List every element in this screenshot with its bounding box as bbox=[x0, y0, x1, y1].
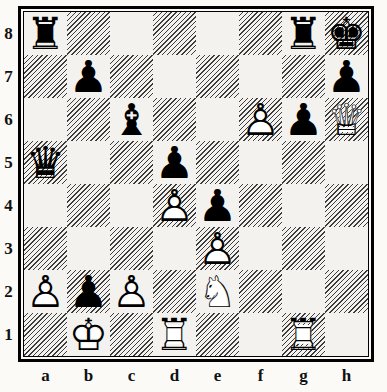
square-f4[interactable] bbox=[239, 184, 282, 227]
square-g2[interactable] bbox=[282, 270, 325, 313]
file-label-c: c bbox=[110, 362, 153, 390]
square-h3[interactable] bbox=[325, 227, 368, 270]
rank-label-5: 5 bbox=[0, 141, 17, 184]
square-d8[interactable] bbox=[153, 12, 196, 55]
square-c8[interactable] bbox=[110, 12, 153, 55]
square-d5[interactable]: ♟ bbox=[153, 141, 196, 184]
square-e5[interactable] bbox=[196, 141, 239, 184]
square-b6[interactable] bbox=[67, 98, 110, 141]
white-pawn-icon: ♟♙ bbox=[239, 98, 282, 141]
square-e7[interactable] bbox=[196, 55, 239, 98]
square-h4[interactable] bbox=[325, 184, 368, 227]
square-a7[interactable] bbox=[24, 55, 67, 98]
black-pawn-icon: ♟ bbox=[67, 55, 110, 98]
file-label-b: b bbox=[67, 362, 110, 390]
square-c2[interactable]: ♟♙ bbox=[110, 270, 153, 313]
square-a8[interactable]: ♜ bbox=[24, 12, 67, 55]
square-c6[interactable]: ♝ bbox=[110, 98, 153, 141]
file-label-g: g bbox=[282, 362, 325, 390]
white-pawn-icon: ♟♙ bbox=[110, 270, 153, 313]
square-e8[interactable] bbox=[196, 12, 239, 55]
square-f5[interactable] bbox=[239, 141, 282, 184]
rank-label-3: 3 bbox=[0, 227, 17, 270]
rank-label-7: 7 bbox=[0, 55, 17, 98]
square-c1[interactable] bbox=[110, 313, 153, 356]
square-d7[interactable] bbox=[153, 55, 196, 98]
file-label-e: e bbox=[196, 362, 239, 390]
square-c4[interactable] bbox=[110, 184, 153, 227]
square-d6[interactable] bbox=[153, 98, 196, 141]
rank-label-2: 2 bbox=[0, 270, 17, 313]
black-pawn-icon: ♟ bbox=[282, 98, 325, 141]
square-f1[interactable] bbox=[239, 313, 282, 356]
file-label-h: h bbox=[325, 362, 368, 390]
black-pawn-icon: ♟ bbox=[67, 270, 110, 313]
square-e4[interactable]: ♟ bbox=[196, 184, 239, 227]
square-e1[interactable] bbox=[196, 313, 239, 356]
square-g6[interactable]: ♟ bbox=[282, 98, 325, 141]
file-label-a: a bbox=[24, 362, 67, 390]
square-b7[interactable]: ♟ bbox=[67, 55, 110, 98]
square-g4[interactable] bbox=[282, 184, 325, 227]
square-e2[interactable]: ♞♘ bbox=[196, 270, 239, 313]
white-queen-icon: ♛♕ bbox=[325, 98, 368, 141]
square-e3[interactable]: ♟♙ bbox=[196, 227, 239, 270]
rank-label-8: 8 bbox=[0, 12, 17, 55]
square-b5[interactable] bbox=[67, 141, 110, 184]
white-pawn-icon: ♟♙ bbox=[153, 184, 196, 227]
square-b3[interactable] bbox=[67, 227, 110, 270]
square-g8[interactable]: ♜ bbox=[282, 12, 325, 55]
rank-label-6: 6 bbox=[0, 98, 17, 141]
square-c3[interactable] bbox=[110, 227, 153, 270]
square-h6[interactable]: ♛♕ bbox=[325, 98, 368, 141]
square-g5[interactable] bbox=[282, 141, 325, 184]
square-h2[interactable] bbox=[325, 270, 368, 313]
square-h7[interactable]: ♟ bbox=[325, 55, 368, 98]
white-pawn-icon: ♟♙ bbox=[24, 270, 67, 313]
white-pawn-icon: ♟♙ bbox=[196, 227, 239, 270]
square-c5[interactable] bbox=[110, 141, 153, 184]
square-e6[interactable] bbox=[196, 98, 239, 141]
square-g1[interactable]: ♜♖ bbox=[282, 313, 325, 356]
square-a4[interactable] bbox=[24, 184, 67, 227]
board-grid: ♜♜♚♟♟♝♟♙♟♛♕♛♟♟♙♟♟♙♟♙♟♟♙♞♘♚♔♜♖♜♖ bbox=[23, 11, 369, 357]
square-h8[interactable]: ♚ bbox=[325, 12, 368, 55]
white-rook-icon: ♜♖ bbox=[153, 313, 196, 356]
file-labels: abcdefgh bbox=[24, 362, 368, 390]
rank-labels: 87654321 bbox=[0, 12, 17, 356]
square-f2[interactable] bbox=[239, 270, 282, 313]
square-b4[interactable] bbox=[67, 184, 110, 227]
square-b8[interactable] bbox=[67, 12, 110, 55]
square-d2[interactable] bbox=[153, 270, 196, 313]
chess-diagram-page: 87654321 ♜♜♚♟♟♝♟♙♟♛♕♛♟♟♙♟♟♙♟♙♟♟♙♞♘♚♔♜♖♜♖… bbox=[0, 0, 387, 392]
black-pawn-icon: ♟ bbox=[153, 141, 196, 184]
rank-label-1: 1 bbox=[0, 313, 17, 356]
square-f8[interactable] bbox=[239, 12, 282, 55]
square-a3[interactable] bbox=[24, 227, 67, 270]
square-a1[interactable] bbox=[24, 313, 67, 356]
white-knight-icon: ♞♘ bbox=[196, 270, 239, 313]
square-f6[interactable]: ♟♙ bbox=[239, 98, 282, 141]
square-f3[interactable] bbox=[239, 227, 282, 270]
square-b1[interactable]: ♚♔ bbox=[67, 313, 110, 356]
square-a6[interactable] bbox=[24, 98, 67, 141]
white-king-icon: ♚♔ bbox=[67, 313, 110, 356]
black-pawn-icon: ♟ bbox=[325, 55, 368, 98]
black-rook-icon: ♜ bbox=[282, 12, 325, 55]
white-rook-icon: ♜♖ bbox=[282, 313, 325, 356]
square-b2[interactable]: ♟ bbox=[67, 270, 110, 313]
square-g3[interactable] bbox=[282, 227, 325, 270]
square-f7[interactable] bbox=[239, 55, 282, 98]
file-label-d: d bbox=[153, 362, 196, 390]
square-d1[interactable]: ♜♖ bbox=[153, 313, 196, 356]
square-h1[interactable] bbox=[325, 313, 368, 356]
rank-label-4: 4 bbox=[0, 184, 17, 227]
square-d4[interactable]: ♟♙ bbox=[153, 184, 196, 227]
square-h5[interactable] bbox=[325, 141, 368, 184]
black-queen-icon: ♛ bbox=[24, 141, 67, 184]
square-g7[interactable] bbox=[282, 55, 325, 98]
chess-board: ♜♜♚♟♟♝♟♙♟♛♕♛♟♟♙♟♟♙♟♙♟♟♙♞♘♚♔♜♖♜♖ bbox=[18, 6, 374, 362]
square-a2[interactable]: ♟♙ bbox=[24, 270, 67, 313]
black-bishop-icon: ♝ bbox=[110, 98, 153, 141]
square-d3[interactable] bbox=[153, 227, 196, 270]
file-label-f: f bbox=[239, 362, 282, 390]
black-rook-icon: ♜ bbox=[24, 12, 67, 55]
square-a5[interactable]: ♛ bbox=[24, 141, 67, 184]
black-pawn-icon: ♟ bbox=[196, 184, 239, 227]
black-king-icon: ♚ bbox=[325, 12, 368, 55]
square-c7[interactable] bbox=[110, 55, 153, 98]
